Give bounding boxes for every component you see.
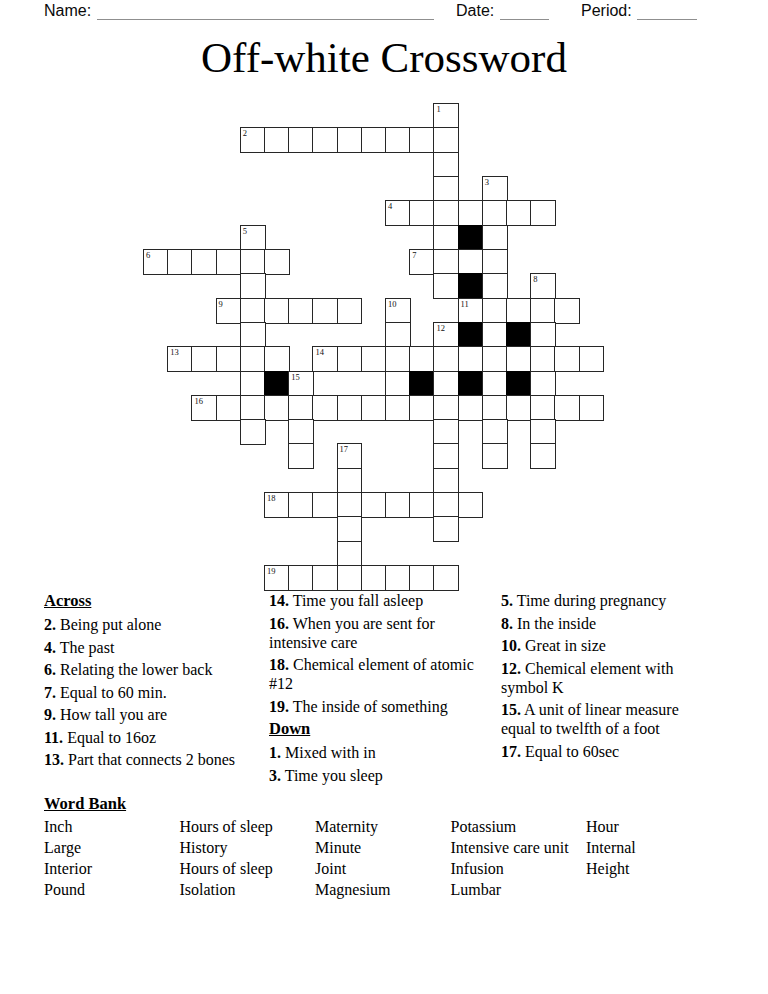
period-label: Period:: [581, 2, 632, 20]
cell-number: 2: [243, 128, 247, 138]
grid-cell[interactable]: [579, 346, 605, 372]
grid-cell[interactable]: [530, 346, 556, 372]
grid-cell[interactable]: 4: [385, 200, 411, 226]
down-heading: Down: [269, 719, 483, 738]
black-cell: [409, 371, 435, 397]
grid-cell[interactable]: [482, 249, 508, 275]
period-blank-line: [637, 1, 697, 20]
crossword-worksheet: { "game": "crossword", "title": "Off-whi…: [0, 0, 768, 994]
cell-number: 7: [412, 250, 416, 260]
grid-cell[interactable]: [216, 249, 242, 275]
grid-cell[interactable]: [482, 200, 508, 226]
grid-cell[interactable]: [433, 419, 459, 445]
grid-cell[interactable]: [312, 298, 338, 324]
grid-cell[interactable]: [337, 516, 363, 542]
grid-cell[interactable]: [216, 395, 242, 421]
word-bank-column-2: Hours of sleepHistoryHours of sleepIsola…: [180, 816, 273, 900]
black-cell: [458, 273, 484, 299]
clue-down-5: 5. Time during pregnancy: [501, 591, 703, 610]
grid-cell[interactable]: [458, 346, 484, 372]
grid-cell[interactable]: [530, 395, 556, 421]
grid-cell[interactable]: [409, 127, 435, 153]
grid-cell[interactable]: [264, 395, 290, 421]
grid-cell[interactable]: [288, 395, 314, 421]
black-cell: [264, 371, 290, 397]
clue-across-14: 14. Time you fall asleep: [269, 591, 483, 610]
word-bank-item: Height: [586, 858, 636, 879]
cell-number: 9: [219, 299, 223, 309]
grid-cell[interactable]: [240, 322, 266, 348]
grid-cell[interactable]: 12: [433, 322, 459, 348]
grid-cell[interactable]: [409, 346, 435, 372]
grid-cell[interactable]: 17: [337, 443, 363, 469]
grid-cell[interactable]: [433, 249, 459, 275]
grid-cell[interactable]: [433, 395, 459, 421]
grid-cell[interactable]: [433, 200, 459, 226]
cell-number: 5: [243, 226, 247, 236]
grid-cell[interactable]: 5: [240, 225, 266, 251]
grid-cell[interactable]: 13: [167, 346, 193, 372]
grid-cell[interactable]: [506, 395, 532, 421]
grid-cell[interactable]: [554, 395, 580, 421]
word-bank-item: Magnesium: [315, 879, 391, 900]
cell-number: 8: [533, 274, 537, 284]
word-bank-item: Internal: [586, 837, 636, 858]
grid-cell[interactable]: [337, 127, 363, 153]
cell-number: 19: [267, 566, 276, 576]
word-bank-item: History: [180, 837, 273, 858]
grid-cell[interactable]: [240, 395, 266, 421]
cell-number: 12: [436, 323, 445, 333]
grid-cell[interactable]: [409, 200, 435, 226]
clue-across-16: 16. When you are sent for intensive care: [269, 614, 483, 652]
grid-cell[interactable]: [288, 127, 314, 153]
grid-cell[interactable]: [337, 565, 363, 591]
word-bank-item: Joint: [315, 858, 391, 879]
word-bank-column-4: PotassiumIntensive care unitInfusionLumb…: [451, 816, 569, 900]
grid-cell[interactable]: [337, 541, 363, 567]
cell-number: 18: [267, 493, 276, 503]
grid-cell[interactable]: [240, 249, 266, 275]
clue-across-11: 11. Equal to 16oz: [44, 728, 257, 747]
grid-cell[interactable]: [506, 346, 532, 372]
grid-cell[interactable]: [482, 395, 508, 421]
grid-cell[interactable]: [530, 371, 556, 397]
grid-cell[interactable]: [409, 395, 435, 421]
cell-number: 17: [340, 444, 349, 454]
grid-cell[interactable]: [506, 298, 532, 324]
grid-cell[interactable]: [433, 273, 459, 299]
grid-cell[interactable]: 8: [530, 273, 556, 299]
crossword-grid: 12345678910111213141516171819: [143, 103, 604, 590]
cell-number: 10: [388, 299, 397, 309]
grid-cell[interactable]: [579, 395, 605, 421]
clue-across-13: 13. Part that connects 2 bones: [44, 750, 257, 769]
grid-cell[interactable]: 19: [264, 565, 290, 591]
grid-cell[interactable]: [264, 127, 290, 153]
grid-cell[interactable]: [264, 249, 290, 275]
grid-cell[interactable]: [433, 565, 459, 591]
grid-cell[interactable]: [506, 200, 532, 226]
grid-cell[interactable]: [433, 225, 459, 251]
clue-down-12: 12. Chemical element with symbol K: [501, 659, 703, 697]
word-bank-item: Interior: [44, 858, 92, 879]
grid-cell[interactable]: [482, 371, 508, 397]
word-bank-item: Hours of sleep: [180, 816, 273, 837]
date-blank-line: [500, 1, 549, 20]
word-bank-column-5: HourInternalHeight: [586, 816, 636, 879]
grid-cell[interactable]: [240, 273, 266, 299]
grid-cell[interactable]: [530, 322, 556, 348]
grid-cell[interactable]: [240, 298, 266, 324]
grid-cell[interactable]: [530, 419, 556, 445]
grid-cell[interactable]: [409, 492, 435, 518]
black-cell: [458, 371, 484, 397]
grid-cell[interactable]: 11: [458, 298, 484, 324]
grid-cell[interactable]: [312, 565, 338, 591]
grid-cell[interactable]: [288, 565, 314, 591]
grid-cell[interactable]: [433, 346, 459, 372]
grid-cell[interactable]: [458, 395, 484, 421]
clue-across-6: 6. Relating the lower back: [44, 660, 257, 679]
word-bank-item: Maternity: [315, 816, 391, 837]
grid-cell[interactable]: 9: [216, 298, 242, 324]
grid-cell[interactable]: [433, 371, 459, 397]
grid-cell[interactable]: [337, 298, 363, 324]
grid-cell[interactable]: [312, 127, 338, 153]
grid-cell[interactable]: 10: [385, 298, 411, 324]
cell-number: 14: [315, 347, 324, 357]
grid-cell[interactable]: [337, 468, 363, 494]
across-heading: Across: [44, 591, 257, 610]
grid-cell[interactable]: [530, 443, 556, 469]
grid-cell[interactable]: [433, 443, 459, 469]
clue-across-7: 7. Equal to 60 min.: [44, 683, 257, 702]
cell-number: 15: [291, 372, 300, 382]
black-cell: [458, 322, 484, 348]
grid-cell[interactable]: 7: [409, 249, 435, 275]
grid-cell[interactable]: [385, 395, 411, 421]
grid-cell[interactable]: [288, 419, 314, 445]
grid-cell[interactable]: [385, 127, 411, 153]
cell-number: 16: [194, 396, 203, 406]
grid-cell[interactable]: [433, 176, 459, 202]
black-cell: [506, 371, 532, 397]
clue-across-2: 2. Being put alone: [44, 615, 257, 634]
grid-cell[interactable]: [482, 443, 508, 469]
grid-cell[interactable]: [385, 565, 411, 591]
grid-cell[interactable]: [264, 298, 290, 324]
grid-cell[interactable]: [264, 346, 290, 372]
grid-cell[interactable]: [337, 395, 363, 421]
grid-cell[interactable]: [433, 152, 459, 178]
grid-cell[interactable]: [361, 565, 387, 591]
word-bank-item: Intensive care unit: [451, 837, 569, 858]
cell-number: 13: [170, 347, 179, 357]
clue-across-18: 18. Chemical element of atomic #12: [269, 655, 483, 693]
grid-cell[interactable]: [482, 322, 508, 348]
clue-across-19: 19. The inside of something: [269, 697, 483, 716]
grid-cell[interactable]: [288, 492, 314, 518]
grid-cell[interactable]: 15: [288, 371, 314, 397]
grid-cell[interactable]: [337, 346, 363, 372]
clue-across-4: 4. The past: [44, 638, 257, 657]
clue-column-1: Across2. Being put alone4. The past6. Re…: [44, 591, 257, 773]
clue-down-8: 8. In the inside: [501, 614, 703, 633]
grid-cell[interactable]: [288, 443, 314, 469]
clue-column-3: 5. Time during pregnancy8. In the inside…: [501, 591, 703, 764]
grid-cell[interactable]: [361, 492, 387, 518]
grid-cell[interactable]: [361, 346, 387, 372]
grid-cell[interactable]: [433, 468, 459, 494]
grid-cell[interactable]: [288, 298, 314, 324]
date-label: Date:: [456, 2, 494, 20]
grid-cell[interactable]: 6: [143, 249, 169, 275]
grid-cell[interactable]: [361, 127, 387, 153]
grid-cell[interactable]: [312, 395, 338, 421]
clue-down-15: 15. A unit of linear measure equal to tw…: [501, 700, 703, 738]
grid-cell[interactable]: [191, 346, 217, 372]
grid-cell[interactable]: [554, 298, 580, 324]
grid-cell[interactable]: [482, 346, 508, 372]
grid-cell[interactable]: [458, 200, 484, 226]
clue-down-3: 3. Time you sleep: [269, 766, 483, 785]
cell-number: 3: [485, 177, 489, 187]
grid-cell[interactable]: 1: [433, 103, 459, 129]
grid-cell[interactable]: 3: [482, 176, 508, 202]
grid-cell[interactable]: 2: [240, 127, 266, 153]
word-bank-item: Pound: [44, 879, 92, 900]
grid-cell[interactable]: [240, 346, 266, 372]
grid-cell[interactable]: [240, 371, 266, 397]
clue-down-17: 17. Equal to 60sec: [501, 742, 703, 761]
page-title: Off-white Crossword: [0, 33, 768, 82]
grid-cell[interactable]: 14: [312, 346, 338, 372]
word-bank-item: Isolation: [180, 879, 273, 900]
grid-cell[interactable]: [433, 127, 459, 153]
cell-number: 6: [146, 250, 150, 260]
grid-cell[interactable]: [482, 419, 508, 445]
grid-cell[interactable]: [530, 200, 556, 226]
clue-across-9: 9. How tall you are: [44, 705, 257, 724]
cell-number: 1: [436, 104, 440, 114]
grid-cell[interactable]: [409, 565, 435, 591]
word-bank-heading: Word Bank: [44, 794, 126, 814]
grid-cell[interactable]: [167, 249, 193, 275]
black-cell: [506, 322, 532, 348]
clue-down-10: 10. Great in size: [501, 636, 703, 655]
grid-cell[interactable]: [361, 395, 387, 421]
black-cell: [458, 225, 484, 251]
name-label: Name:: [44, 2, 91, 20]
cell-number: 4: [388, 201, 392, 211]
grid-cell[interactable]: [337, 492, 363, 518]
word-bank-item: Lumbar: [451, 879, 569, 900]
grid-cell[interactable]: [385, 346, 411, 372]
grid-cell[interactable]: [240, 419, 266, 445]
word-bank-item: Infusion: [451, 858, 569, 879]
word-bank-column-1: InchLargeInteriorPound: [44, 816, 92, 900]
word-bank-item: Minute: [315, 837, 391, 858]
grid-cell[interactable]: [433, 516, 459, 542]
grid-cell[interactable]: [458, 492, 484, 518]
clue-down-1: 1. Mixed with in: [269, 743, 483, 762]
word-bank-item: Hour: [586, 816, 636, 837]
grid-cell[interactable]: [385, 371, 411, 397]
cell-number: 11: [461, 299, 469, 309]
word-bank-item: Inch: [44, 816, 92, 837]
grid-cell[interactable]: [385, 492, 411, 518]
word-bank-item: Large: [44, 837, 92, 858]
grid-cell[interactable]: [191, 249, 217, 275]
grid-cell[interactable]: [458, 249, 484, 275]
word-bank-column-3: MaternityMinuteJointMagnesium: [315, 816, 391, 900]
grid-cell[interactable]: 18: [264, 492, 290, 518]
grid-cell[interactable]: [482, 225, 508, 251]
grid-cell[interactable]: [312, 492, 338, 518]
grid-cell[interactable]: [482, 298, 508, 324]
grid-cell[interactable]: [433, 492, 459, 518]
name-blank-line: [97, 1, 434, 20]
word-bank-item: Hours of sleep: [180, 858, 273, 879]
grid-cell[interactable]: [530, 298, 556, 324]
grid-cell[interactable]: 16: [191, 395, 217, 421]
grid-cell[interactable]: [482, 273, 508, 299]
word-bank-item: Potassium: [451, 816, 569, 837]
grid-cell[interactable]: [554, 346, 580, 372]
grid-cell[interactable]: [216, 346, 242, 372]
clue-column-2: 14. Time you fall asleep16. When you are…: [269, 591, 483, 788]
grid-cell[interactable]: [385, 322, 411, 348]
